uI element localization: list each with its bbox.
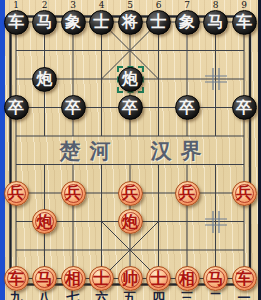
piece-glyph: 兵: [8, 185, 24, 201]
piece-red-horse[interactable]: 马: [32, 266, 57, 291]
piece-red-rook[interactable]: 车: [4, 266, 29, 291]
piece-black-advisor[interactable]: 士: [146, 10, 171, 35]
piece-black-rook[interactable]: 车: [232, 10, 257, 35]
file-label-bottom-4: 六: [94, 291, 110, 300]
piece-black-soldier[interactable]: 卒: [118, 95, 143, 120]
piece-black-elephant[interactable]: 象: [175, 10, 200, 35]
piece-glyph: 相: [65, 271, 81, 287]
piece-glyph: 炮: [122, 71, 138, 87]
piece-glyph: 卒: [179, 100, 195, 116]
piece-glyph: 马: [208, 14, 224, 30]
file-label-bottom-9: 一: [236, 291, 252, 300]
piece-black-elephant[interactable]: 象: [61, 10, 86, 35]
piece-red-cannon[interactable]: 炮: [32, 209, 57, 234]
piece-glyph: 车: [236, 14, 252, 30]
piece-black-advisor[interactable]: 士: [89, 10, 114, 35]
piece-glyph: 马: [37, 271, 53, 287]
piece-glyph: 马: [208, 271, 224, 287]
piece-glyph: 兵: [65, 185, 81, 201]
piece-red-soldier[interactable]: 兵: [232, 181, 257, 206]
xiangqi-board: 楚河 汉界 123456789九八七六五四三二一车马象士将士象马车炮炮卒卒卒卒卒…: [0, 0, 261, 300]
piece-black-cannon[interactable]: 炮: [32, 67, 57, 92]
piece-red-soldier[interactable]: 兵: [61, 181, 86, 206]
piece-glyph: 兵: [122, 185, 138, 201]
piece-glyph: 车: [8, 271, 24, 287]
piece-glyph: 帅: [122, 271, 138, 287]
piece-glyph: 士: [151, 14, 167, 30]
file-label-bottom-5: 五: [122, 291, 138, 300]
piece-black-soldier[interactable]: 卒: [4, 95, 29, 120]
piece-glyph: 卒: [122, 100, 138, 116]
piece-glyph: 车: [8, 14, 24, 30]
file-label-bottom-6: 四: [151, 291, 167, 300]
piece-glyph: 卒: [236, 100, 252, 116]
move-origin-crosshair-2: [204, 210, 228, 234]
piece-black-rook[interactable]: 车: [4, 10, 29, 35]
piece-red-soldier[interactable]: 兵: [4, 181, 29, 206]
piece-glyph: 士: [151, 271, 167, 287]
piece-black-soldier[interactable]: 卒: [61, 95, 86, 120]
river-label: 楚河 汉界: [0, 138, 261, 164]
piece-black-general[interactable]: 将: [118, 10, 143, 35]
piece-glyph: 将: [122, 14, 138, 30]
move-origin-crosshair-1: [204, 67, 228, 91]
piece-black-horse[interactable]: 马: [203, 10, 228, 35]
piece-glyph: 象: [65, 14, 81, 30]
piece-glyph: 象: [179, 14, 195, 30]
piece-black-soldier[interactable]: 卒: [175, 95, 200, 120]
piece-glyph: 兵: [236, 185, 252, 201]
piece-glyph: 卒: [8, 100, 24, 116]
river-label-left: 楚河: [60, 137, 120, 165]
piece-black-cannon[interactable]: 炮: [118, 67, 143, 92]
piece-red-advisor[interactable]: 士: [146, 266, 171, 291]
piece-red-horse[interactable]: 马: [203, 266, 228, 291]
file-label-bottom-2: 八: [37, 291, 53, 300]
piece-red-general[interactable]: 帅: [118, 266, 143, 291]
piece-red-advisor[interactable]: 士: [89, 266, 114, 291]
piece-red-elephant[interactable]: 相: [61, 266, 86, 291]
piece-red-soldier[interactable]: 兵: [175, 181, 200, 206]
piece-red-cannon[interactable]: 炮: [118, 209, 143, 234]
piece-red-soldier[interactable]: 兵: [118, 181, 143, 206]
piece-glyph: 炮: [37, 214, 53, 230]
file-label-bottom-8: 二: [208, 291, 224, 300]
piece-glyph: 马: [37, 14, 53, 30]
piece-black-horse[interactable]: 马: [32, 10, 57, 35]
piece-glyph: 卒: [65, 100, 81, 116]
file-label-bottom-3: 七: [65, 291, 81, 300]
piece-glyph: 炮: [37, 71, 53, 87]
file-label-bottom-7: 三: [179, 291, 195, 300]
river-label-right: 汉界: [151, 137, 211, 165]
piece-glyph: 兵: [179, 185, 195, 201]
piece-red-elephant[interactable]: 相: [175, 266, 200, 291]
piece-glyph: 士: [94, 271, 110, 287]
file-label-bottom-1: 九: [8, 291, 24, 300]
piece-glyph: 士: [94, 14, 110, 30]
piece-glyph: 炮: [122, 214, 138, 230]
piece-black-soldier[interactable]: 卒: [232, 95, 257, 120]
piece-glyph: 车: [236, 271, 252, 287]
piece-red-rook[interactable]: 车: [232, 266, 257, 291]
piece-glyph: 相: [179, 271, 195, 287]
